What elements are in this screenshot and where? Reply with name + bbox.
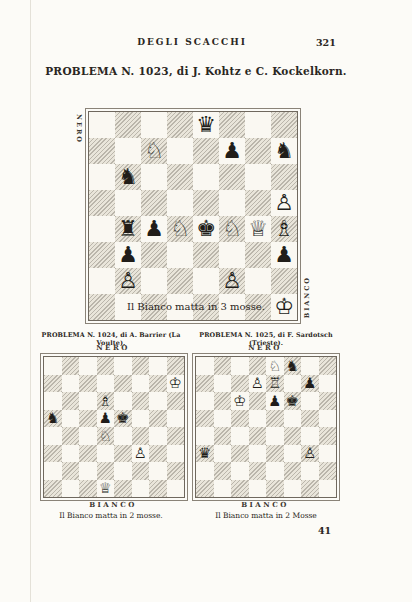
piece-black-king: ♚ — [116, 411, 129, 426]
square-h4 — [319, 427, 337, 445]
square-e1 — [114, 480, 132, 498]
problem-1025-bianco-label: BIANCO — [194, 500, 336, 509]
square-b1 — [214, 480, 232, 498]
piece-white-pawn: ♙ — [251, 376, 264, 391]
square-g7 — [245, 138, 271, 164]
square-h1 — [167, 480, 185, 498]
square-e5: ♚ — [114, 410, 132, 428]
square-g2 — [245, 268, 271, 294]
square-d5 — [167, 190, 193, 216]
square-e3 — [193, 242, 219, 268]
square-e5 — [193, 190, 219, 216]
square-h4 — [167, 427, 185, 445]
piece-black-queen: ♛ — [198, 446, 211, 461]
square-e2 — [266, 462, 284, 480]
piece-white-pawn: ♙ — [222, 270, 242, 292]
square-a2 — [44, 462, 62, 480]
piece-black-pawn: ♟ — [118, 244, 138, 266]
chessboard-problem-1025: ♘♞♙♖♟♔♟♚♛♙ — [195, 356, 337, 498]
chessboard-problem-1023: ♛♘♟♞♞♙♜♟♘♚♘♕♗♟♟♙♙♔ — [88, 111, 298, 321]
square-b3: ♟ — [115, 242, 141, 268]
piece-black-pawn: ♟ — [222, 140, 242, 162]
square-d6: ♗ — [97, 392, 115, 410]
square-g6 — [301, 392, 319, 410]
piece-white-pawn: ♙ — [134, 446, 147, 461]
square-d8 — [97, 357, 115, 375]
square-h6 — [271, 164, 297, 190]
problem-1024-caption: Il Bianco matta in 2 mosse. — [34, 511, 188, 520]
square-c8 — [141, 112, 167, 138]
piece-black-rook: ♜ — [118, 218, 138, 240]
piece-black-knight: ♞ — [286, 359, 299, 374]
square-h5 — [319, 410, 337, 428]
problem-1023-title: PROBLEMA N. 1023, di J. Kohtz e C. Kocke… — [24, 65, 368, 77]
square-h1 — [319, 480, 337, 498]
square-g8 — [149, 357, 167, 375]
book-page: DEGLI SCACCHI 321 PROBLEMA N. 1023, di J… — [0, 0, 412, 602]
square-f8 — [219, 112, 245, 138]
problem-1025-caption: Il Bianco matta in 2 Mosse — [188, 511, 344, 520]
piece-white-rook: ♖ — [268, 376, 281, 391]
square-e2 — [114, 462, 132, 480]
square-e2 — [193, 268, 219, 294]
square-e4 — [266, 427, 284, 445]
square-d3 — [249, 445, 267, 463]
square-h5 — [167, 410, 185, 428]
square-e6 — [193, 164, 219, 190]
square-c1 — [79, 480, 97, 498]
square-h8 — [319, 357, 337, 375]
square-g5 — [301, 410, 319, 428]
square-c4: ♟ — [141, 216, 167, 242]
square-b7 — [214, 375, 232, 393]
square-c5 — [79, 410, 97, 428]
square-e8 — [114, 357, 132, 375]
square-h2 — [319, 462, 337, 480]
square-b2 — [214, 462, 232, 480]
square-b5 — [214, 410, 232, 428]
square-f3: ♙ — [132, 445, 150, 463]
square-h6 — [167, 392, 185, 410]
square-a7 — [89, 138, 115, 164]
piece-white-king: ♔ — [233, 394, 246, 409]
square-b3 — [62, 445, 80, 463]
piece-white-knight: ♘ — [170, 218, 190, 240]
piece-black-pawn: ♟ — [144, 218, 164, 240]
square-e3 — [266, 445, 284, 463]
square-a5 — [89, 190, 115, 216]
square-a8 — [196, 357, 214, 375]
square-d4: ♘ — [97, 427, 115, 445]
square-b8 — [214, 357, 232, 375]
square-h8 — [167, 357, 185, 375]
square-e5 — [266, 410, 284, 428]
square-c7 — [231, 375, 249, 393]
page-number-bottom: 41 — [318, 525, 331, 536]
square-c3 — [141, 242, 167, 268]
square-e4: ♚ — [193, 216, 219, 242]
square-f7: ♟ — [219, 138, 245, 164]
square-g3: ♙ — [301, 445, 319, 463]
square-d3 — [167, 242, 193, 268]
square-b6 — [214, 392, 232, 410]
piece-white-queen: ♕ — [248, 218, 268, 240]
square-c4 — [231, 427, 249, 445]
square-a1 — [196, 480, 214, 498]
square-g5 — [245, 190, 271, 216]
piece-white-knight: ♘ — [268, 359, 281, 374]
square-h7 — [319, 375, 337, 393]
square-d7: ♙ — [249, 375, 267, 393]
square-f1 — [284, 480, 302, 498]
square-a7 — [44, 375, 62, 393]
square-h4: ♗ — [271, 216, 297, 242]
square-c8 — [79, 357, 97, 375]
square-a6 — [44, 392, 62, 410]
square-b6: ♞ — [115, 164, 141, 190]
square-c8 — [231, 357, 249, 375]
square-d5: ♟ — [97, 410, 115, 428]
square-g3 — [245, 242, 271, 268]
square-f8 — [132, 357, 150, 375]
square-a3: ♛ — [196, 445, 214, 463]
square-d1: ♕ — [97, 480, 115, 498]
square-h5: ♙ — [271, 190, 297, 216]
square-g2 — [301, 462, 319, 480]
square-a8 — [44, 357, 62, 375]
square-b4 — [62, 427, 80, 445]
square-b5 — [115, 190, 141, 216]
square-a5: ♞ — [44, 410, 62, 428]
piece-white-king: ♔ — [169, 376, 182, 391]
square-f5 — [132, 410, 150, 428]
square-g4: ♕ — [245, 216, 271, 242]
square-c5 — [141, 190, 167, 216]
square-a6 — [196, 392, 214, 410]
piece-black-queen: ♛ — [196, 114, 216, 136]
square-c4 — [79, 427, 97, 445]
piece-black-king: ♚ — [286, 394, 299, 409]
square-d5 — [249, 410, 267, 428]
square-f5 — [284, 410, 302, 428]
piece-black-knight: ♞ — [46, 411, 59, 426]
square-f6: ♚ — [284, 392, 302, 410]
square-e8: ♘ — [266, 357, 284, 375]
square-b4: ♜ — [115, 216, 141, 242]
square-d7 — [167, 138, 193, 164]
square-h8 — [271, 112, 297, 138]
square-d2 — [167, 268, 193, 294]
nero-side-label: NERO — [75, 114, 83, 144]
square-f7 — [132, 375, 150, 393]
square-f7 — [284, 375, 302, 393]
square-c3 — [231, 445, 249, 463]
square-d4: ♘ — [167, 216, 193, 242]
square-a4 — [89, 216, 115, 242]
square-h3 — [319, 445, 337, 463]
square-e7 — [114, 375, 132, 393]
square-c1 — [231, 480, 249, 498]
problem-1024-nero-label: NERO — [42, 343, 184, 352]
piece-white-bishop: ♗ — [99, 394, 112, 409]
square-b6 — [62, 392, 80, 410]
piece-black-knight: ♞ — [118, 166, 138, 188]
square-f2: ♙ — [219, 268, 245, 294]
square-b2: ♙ — [115, 268, 141, 294]
square-f2 — [132, 462, 150, 480]
square-c2 — [79, 462, 97, 480]
square-d7 — [97, 375, 115, 393]
square-a4 — [44, 427, 62, 445]
square-b8 — [62, 357, 80, 375]
piece-black-pawn: ♟ — [99, 411, 112, 426]
square-g8 — [301, 357, 319, 375]
square-d8 — [167, 112, 193, 138]
piece-white-bishop: ♗ — [274, 218, 294, 240]
square-a2 — [196, 462, 214, 480]
square-h6 — [319, 392, 337, 410]
piece-white-knight: ♘ — [222, 218, 242, 240]
square-e6: ♟ — [266, 392, 284, 410]
square-g1 — [149, 480, 167, 498]
piece-black-pawn: ♟ — [303, 376, 316, 391]
square-c5 — [231, 410, 249, 428]
square-a4 — [196, 427, 214, 445]
square-c3 — [79, 445, 97, 463]
square-g4 — [149, 427, 167, 445]
square-h7: ♔ — [167, 375, 185, 393]
piece-white-pawn: ♙ — [303, 446, 316, 461]
square-b7 — [115, 138, 141, 164]
piece-white-pawn: ♙ — [118, 270, 138, 292]
square-e7 — [193, 138, 219, 164]
square-a7 — [196, 375, 214, 393]
square-h2 — [271, 268, 297, 294]
square-d6 — [249, 392, 267, 410]
piece-black-pawn: ♟ — [274, 244, 294, 266]
square-a1 — [44, 480, 62, 498]
square-d2 — [249, 462, 267, 480]
problem-1024-bianco-label: BIANCO — [42, 500, 184, 509]
square-g6 — [245, 164, 271, 190]
piece-black-king: ♚ — [196, 218, 216, 240]
square-a6 — [89, 164, 115, 190]
problem-1023-caption: Il Bianco matta in 3 mosse. — [24, 301, 368, 312]
square-a8 — [89, 112, 115, 138]
square-d8 — [249, 357, 267, 375]
square-b4 — [214, 427, 232, 445]
square-f2 — [284, 462, 302, 480]
square-h3: ♟ — [271, 242, 297, 268]
square-e4 — [114, 427, 132, 445]
square-g8 — [245, 112, 271, 138]
square-g7 — [149, 375, 167, 393]
square-b7 — [62, 375, 80, 393]
square-b2 — [62, 462, 80, 480]
piece-white-queen: ♕ — [99, 481, 112, 496]
square-e7: ♖ — [266, 375, 284, 393]
square-f8: ♞ — [284, 357, 302, 375]
square-d1 — [249, 480, 267, 498]
square-g7: ♟ — [301, 375, 319, 393]
square-b1 — [62, 480, 80, 498]
square-g6 — [149, 392, 167, 410]
square-c7 — [79, 375, 97, 393]
square-c2 — [231, 462, 249, 480]
piece-white-knight: ♘ — [99, 429, 112, 444]
square-f6 — [219, 164, 245, 190]
square-c2 — [141, 268, 167, 294]
piece-white-knight: ♘ — [144, 140, 164, 162]
square-f5 — [219, 190, 245, 216]
square-g2 — [149, 462, 167, 480]
page-number-top: 321 — [316, 37, 336, 48]
piece-black-pawn: ♟ — [268, 394, 281, 409]
square-e8: ♛ — [193, 112, 219, 138]
square-f4: ♘ — [219, 216, 245, 242]
square-d4 — [249, 427, 267, 445]
piece-white-pawn: ♙ — [274, 192, 294, 214]
square-f4 — [284, 427, 302, 445]
square-e3 — [114, 445, 132, 463]
square-b3 — [214, 445, 232, 463]
square-c6 — [79, 392, 97, 410]
square-a3 — [89, 242, 115, 268]
square-f3 — [219, 242, 245, 268]
square-h2 — [167, 462, 185, 480]
square-d3 — [97, 445, 115, 463]
square-d2 — [97, 462, 115, 480]
square-c6: ♔ — [231, 392, 249, 410]
chessboard-problem-1024: ♔♗♞♟♚♘♙♕ — [43, 356, 185, 498]
square-c7: ♘ — [141, 138, 167, 164]
square-f4 — [132, 427, 150, 445]
square-b8 — [115, 112, 141, 138]
problem-1025-nero-label: NERO — [194, 343, 336, 352]
square-e6 — [114, 392, 132, 410]
square-f6 — [132, 392, 150, 410]
square-f3 — [284, 445, 302, 463]
running-header: DEGLI SCACCHI — [42, 37, 342, 47]
square-f1 — [132, 480, 150, 498]
square-e1 — [266, 480, 284, 498]
square-g4 — [301, 427, 319, 445]
square-g3 — [149, 445, 167, 463]
square-h3 — [167, 445, 185, 463]
square-g1 — [301, 480, 319, 498]
square-c6 — [141, 164, 167, 190]
square-a5 — [196, 410, 214, 428]
square-a2 — [89, 268, 115, 294]
square-b5 — [62, 410, 80, 428]
square-d6 — [167, 164, 193, 190]
square-g5 — [149, 410, 167, 428]
square-a3 — [44, 445, 62, 463]
problem-1023-board-wrap: NERO ♛♘♟♞♞♙♜♟♘♚♘♕♗♟♟♙♙♔ BIANCO — [88, 111, 298, 321]
piece-black-knight: ♞ — [274, 140, 294, 162]
square-h7: ♞ — [271, 138, 297, 164]
